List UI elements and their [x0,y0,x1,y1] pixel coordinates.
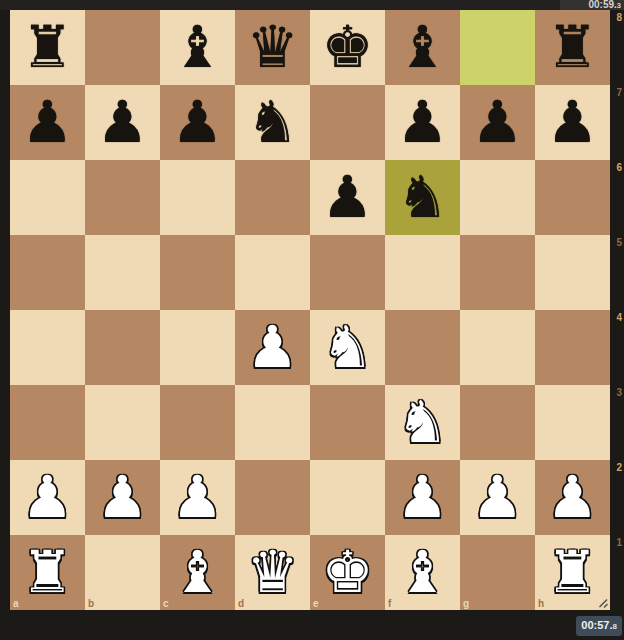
square-e8[interactable]: ♚ [310,10,385,85]
rank-label-7: 7 [612,88,622,98]
square-a4[interactable] [10,310,85,385]
player-clock-time: 00:57.8 [581,619,617,633]
square-b3[interactable] [85,385,160,460]
square-g4[interactable] [460,310,535,385]
square-h2[interactable]: ♟ [535,460,610,535]
square-f6[interactable]: ♞ [385,160,460,235]
square-a3[interactable] [10,385,85,460]
rank-label-6: 6 [612,163,622,173]
square-d3[interactable] [235,385,310,460]
square-h5[interactable] [535,235,610,310]
square-g8[interactable] [460,10,535,85]
piece-black-bishop[interactable]: ♝ [397,10,449,85]
piece-white-pawn[interactable]: ♟ [172,460,224,535]
square-b2[interactable]: ♟ [85,460,160,535]
square-b5[interactable] [85,235,160,310]
square-e1[interactable]: ♚e [310,535,385,610]
square-f4[interactable] [385,310,460,385]
rank-label-2: 2 [612,463,622,473]
piece-black-rook[interactable]: ♜ [22,10,74,85]
chess-board: ♜♝♛♚♝♜♟♟♟♞♟♟♟♟♞♟♞♞♟♟♟♟♟♟♜ab♝c♛d♚e♝fg♜h [10,10,610,610]
player-clock-tenths: 8 [613,622,617,631]
square-a6[interactable] [10,160,85,235]
square-f8[interactable]: ♝ [385,10,460,85]
top-bar: 00:59.3 [0,0,624,10]
square-d7[interactable]: ♞ [235,85,310,160]
square-d1[interactable]: ♛d [235,535,310,610]
piece-black-bishop[interactable]: ♝ [172,10,224,85]
square-g2[interactable]: ♟ [460,460,535,535]
piece-black-queen[interactable]: ♛ [247,10,299,85]
square-a5[interactable] [10,235,85,310]
piece-white-pawn[interactable]: ♟ [97,460,149,535]
square-e5[interactable] [310,235,385,310]
square-g1[interactable]: g [460,535,535,610]
square-g7[interactable]: ♟ [460,85,535,160]
resize-handle-icon[interactable] [597,597,608,608]
square-b4[interactable] [85,310,160,385]
square-h7[interactable]: ♟ [535,85,610,160]
square-a2[interactable]: ♟ [10,460,85,535]
square-h3[interactable] [535,385,610,460]
file-label-h: h [538,599,544,609]
piece-black-rook[interactable]: ♜ [547,10,599,85]
square-f7[interactable]: ♟ [385,85,460,160]
piece-white-rook[interactable]: ♜ [547,535,599,610]
piece-white-pawn[interactable]: ♟ [472,460,524,535]
piece-white-king[interactable]: ♚ [322,535,374,610]
file-label-f: f [388,599,391,609]
square-g3[interactable] [460,385,535,460]
piece-white-bishop[interactable]: ♝ [172,535,224,610]
square-c2[interactable]: ♟ [160,460,235,535]
square-c6[interactable] [160,160,235,235]
piece-black-pawn[interactable]: ♟ [547,85,599,160]
rank-label-5: 5 [612,238,622,248]
piece-white-pawn[interactable]: ♟ [22,460,74,535]
square-b8[interactable] [85,10,160,85]
piece-white-knight[interactable]: ♞ [397,385,449,460]
opponent-clock-tenths: 3 [617,1,621,10]
rank-label-3: 3 [612,388,622,398]
square-e2[interactable] [310,460,385,535]
square-c1[interactable]: ♝c [160,535,235,610]
square-d2[interactable] [235,460,310,535]
square-d5[interactable] [235,235,310,310]
piece-white-pawn[interactable]: ♟ [397,460,449,535]
piece-black-knight[interactable]: ♞ [397,160,449,235]
file-label-e: e [313,599,319,609]
file-label-g: g [463,599,469,609]
square-e3[interactable] [310,385,385,460]
file-label-d: d [238,599,244,609]
file-label-b: b [88,599,94,609]
opponent-clock: 00:59.3 [560,0,624,10]
file-label-c: c [163,599,169,609]
square-f1[interactable]: ♝f [385,535,460,610]
square-c5[interactable] [160,235,235,310]
square-a7[interactable]: ♟ [10,85,85,160]
square-f3[interactable]: ♞ [385,385,460,460]
square-h4[interactable] [535,310,610,385]
piece-white-bishop[interactable]: ♝ [397,535,449,610]
square-e6[interactable]: ♟ [310,160,385,235]
player-clock: 00:57.8 [576,616,622,636]
square-c7[interactable]: ♟ [160,85,235,160]
piece-black-pawn[interactable]: ♟ [322,160,374,235]
piece-black-king[interactable]: ♚ [322,10,374,85]
piece-white-queen[interactable]: ♛ [247,535,299,610]
piece-white-rook[interactable]: ♜ [22,535,74,610]
square-b1[interactable]: b [85,535,160,610]
square-h8[interactable]: ♜ [535,10,610,85]
rank-labels: 87654321 [612,10,624,610]
square-f2[interactable]: ♟ [385,460,460,535]
rank-label-8: 8 [612,13,622,23]
square-a8[interactable]: ♜ [10,10,85,85]
square-d6[interactable] [235,160,310,235]
bottom-bar: 00:57.8 [0,610,624,640]
piece-black-pawn[interactable]: ♟ [97,85,149,160]
square-d4[interactable]: ♟ [235,310,310,385]
square-b7[interactable]: ♟ [85,85,160,160]
file-label-a: a [13,599,19,609]
square-d8[interactable]: ♛ [235,10,310,85]
square-b6[interactable] [85,160,160,235]
opponent-clock-time: 00:59.3 [588,0,621,11]
piece-black-pawn[interactable]: ♟ [472,85,524,160]
square-h6[interactable] [535,160,610,235]
square-f5[interactable] [385,235,460,310]
square-c3[interactable] [160,385,235,460]
square-c4[interactable] [160,310,235,385]
rank-label-1: 1 [612,538,622,548]
square-e4[interactable]: ♞ [310,310,385,385]
piece-black-pawn[interactable]: ♟ [172,85,224,160]
rank-label-4: 4 [612,313,622,323]
piece-white-knight[interactable]: ♞ [322,310,374,385]
square-g5[interactable] [460,235,535,310]
piece-white-pawn[interactable]: ♟ [247,310,299,385]
square-g6[interactable] [460,160,535,235]
piece-black-knight[interactable]: ♞ [247,85,299,160]
piece-black-pawn[interactable]: ♟ [397,85,449,160]
square-a1[interactable]: ♜a [10,535,85,610]
piece-white-pawn[interactable]: ♟ [547,460,599,535]
square-e7[interactable] [310,85,385,160]
square-c8[interactable]: ♝ [160,10,235,85]
piece-black-pawn[interactable]: ♟ [22,85,74,160]
